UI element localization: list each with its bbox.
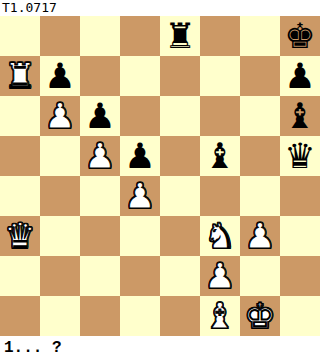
square-d5[interactable]: ♟ [120,136,160,176]
square-b8[interactable] [40,16,80,56]
piece-white-pawn[interactable]: ♟ [84,136,115,176]
square-b7[interactable]: ♟ [40,56,80,96]
piece-black-bishop[interactable]: ♝ [284,96,315,136]
square-d4[interactable]: ♟ [120,176,160,216]
square-g5[interactable] [240,136,280,176]
square-g4[interactable] [240,176,280,216]
square-h5[interactable]: ♛ [280,136,320,176]
piece-black-pawn[interactable]: ♟ [84,96,115,136]
piece-white-knight[interactable]: ♞ [204,216,235,256]
square-f2[interactable]: ♟ [200,256,240,296]
square-a5[interactable] [0,136,40,176]
square-b2[interactable] [40,256,80,296]
square-d8[interactable] [120,16,160,56]
square-g6[interactable] [240,96,280,136]
square-f5[interactable]: ♝ [200,136,240,176]
piece-black-bishop[interactable]: ♝ [204,136,235,176]
square-g2[interactable] [240,256,280,296]
square-a6[interactable] [0,96,40,136]
square-b6[interactable]: ♟ [40,96,80,136]
square-b5[interactable] [40,136,80,176]
square-b4[interactable] [40,176,80,216]
square-c5[interactable]: ♟ [80,136,120,176]
square-d7[interactable] [120,56,160,96]
square-h1[interactable] [280,296,320,336]
piece-black-queen[interactable]: ♛ [284,136,315,176]
square-d6[interactable] [120,96,160,136]
square-d3[interactable] [120,216,160,256]
square-a2[interactable] [0,256,40,296]
square-e8[interactable]: ♜ [160,16,200,56]
square-a3[interactable]: ♛ [0,216,40,256]
square-c6[interactable]: ♟ [80,96,120,136]
square-h6[interactable]: ♝ [280,96,320,136]
square-h2[interactable] [280,256,320,296]
square-e6[interactable] [160,96,200,136]
square-h4[interactable] [280,176,320,216]
piece-white-king[interactable]: ♚ [244,296,275,336]
square-f4[interactable] [200,176,240,216]
square-g3[interactable]: ♟ [240,216,280,256]
square-g8[interactable] [240,16,280,56]
square-f6[interactable] [200,96,240,136]
square-c2[interactable] [80,256,120,296]
piece-white-pawn[interactable]: ♟ [44,96,75,136]
piece-white-pawn[interactable]: ♟ [244,216,275,256]
square-c8[interactable] [80,16,120,56]
square-c1[interactable] [80,296,120,336]
square-c3[interactable] [80,216,120,256]
square-c4[interactable] [80,176,120,216]
piece-white-bishop[interactable]: ♝ [204,296,235,336]
piece-black-pawn[interactable]: ♟ [124,136,155,176]
square-a4[interactable] [0,176,40,216]
piece-white-pawn[interactable]: ♟ [204,256,235,296]
square-a1[interactable] [0,296,40,336]
square-h7[interactable]: ♟ [280,56,320,96]
square-f8[interactable] [200,16,240,56]
piece-black-rook[interactable]: ♜ [164,16,195,56]
piece-black-king[interactable]: ♚ [284,16,315,56]
square-a8[interactable] [0,16,40,56]
square-e4[interactable] [160,176,200,216]
square-f7[interactable] [200,56,240,96]
square-e2[interactable] [160,256,200,296]
square-c7[interactable] [80,56,120,96]
square-e5[interactable] [160,136,200,176]
chess-board: ♜♚♜♟♟♟♟♝♟♟♝♛♟♛♞♟♟♝♚ [0,16,320,336]
square-d1[interactable] [120,296,160,336]
piece-black-pawn[interactable]: ♟ [284,56,315,96]
square-f3[interactable]: ♞ [200,216,240,256]
square-b3[interactable] [40,216,80,256]
piece-white-rook[interactable]: ♜ [4,56,35,96]
piece-white-pawn[interactable]: ♟ [124,176,155,216]
square-f1[interactable]: ♝ [200,296,240,336]
piece-black-pawn[interactable]: ♟ [44,56,75,96]
square-d2[interactable] [120,256,160,296]
puzzle-id: T1.0717 [0,0,320,16]
square-g1[interactable]: ♚ [240,296,280,336]
square-b1[interactable] [40,296,80,336]
square-e3[interactable] [160,216,200,256]
piece-white-queen[interactable]: ♛ [4,216,35,256]
square-a7[interactable]: ♜ [0,56,40,96]
square-h3[interactable] [280,216,320,256]
square-h8[interactable]: ♚ [280,16,320,56]
move-prompt: 1... ? [0,336,320,360]
square-g7[interactable] [240,56,280,96]
square-e1[interactable] [160,296,200,336]
square-e7[interactable] [160,56,200,96]
